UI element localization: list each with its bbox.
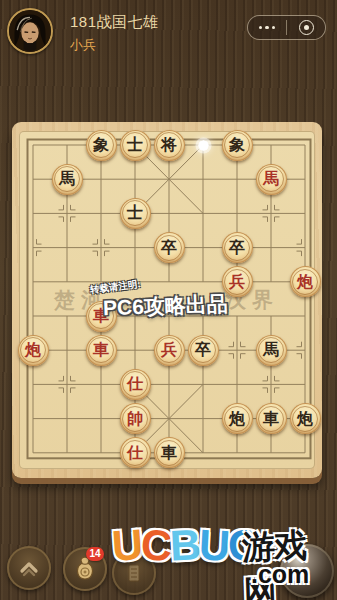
watermark-pc6: PC6攻略出品 — [103, 290, 229, 322]
piece-red-帥-3-8[interactable]: 帥 — [120, 403, 151, 434]
watermark-ucbug-com: .com — [251, 560, 309, 589]
more-options-button[interactable] — [248, 16, 286, 39]
more-dots-icon — [265, 26, 269, 30]
piece-black-車-4-9[interactable]: 車 — [154, 437, 185, 468]
piece-black-象-2-0[interactable]: 象 — [86, 130, 117, 161]
piece-red-車-2-6[interactable]: 車 — [86, 335, 117, 366]
avatar-portrait — [9, 10, 51, 52]
more-dots-icon — [259, 26, 263, 30]
player-rank-label: 小兵 — [70, 36, 96, 54]
piece-red-兵-4-6[interactable]: 兵 — [154, 335, 185, 366]
piece-black-士-3-0[interactable]: 士 — [120, 130, 151, 161]
piece-black-将-4-0[interactable]: 将 — [154, 130, 185, 161]
avatar[interactable] — [7, 8, 53, 54]
exit-circle-icon — [299, 20, 314, 35]
watermark-ucbug: UCBUG — [112, 521, 260, 570]
app-screen: 181战国七雄 小兵 楚河 汉界 象士将象馬馬士卒卒兵炮車炮車兵卒馬仕帥炮車炮仕… — [0, 0, 337, 600]
chevron-up-icon — [16, 555, 42, 581]
piece-black-炮-8-8[interactable]: 炮 — [290, 403, 321, 434]
more-dots-icon — [272, 26, 276, 30]
piece-red-炮-0-6[interactable]: 炮 — [18, 335, 49, 366]
coin-badge: 14 — [86, 547, 104, 561]
piece-black-卒-6-3[interactable]: 卒 — [222, 232, 253, 263]
piece-black-象-6-0[interactable]: 象 — [222, 130, 253, 161]
piece-black-士-3-2[interactable]: 士 — [120, 198, 151, 229]
exit-button[interactable] — [287, 16, 325, 39]
piece-red-仕-3-9[interactable]: 仕 — [120, 437, 151, 468]
piece-black-馬-1-1[interactable]: 馬 — [52, 164, 83, 195]
piece-black-車-7-8[interactable]: 車 — [256, 403, 287, 434]
last-move-indicator — [198, 140, 209, 151]
piece-black-卒-4-3[interactable]: 卒 — [154, 232, 185, 263]
piece-black-馬-7-6[interactable]: 馬 — [256, 335, 287, 366]
header-bar: 181战国七雄 小兵 — [0, 0, 337, 62]
piece-red-馬-7-1[interactable]: 馬 — [256, 164, 287, 195]
piece-black-卒-5-6[interactable]: 卒 — [188, 335, 219, 366]
piece-red-仕-3-7[interactable]: 仕 — [120, 369, 151, 400]
miniprogram-capsule — [247, 15, 326, 40]
collapse-panel-button[interactable] — [7, 546, 51, 590]
level-title: 181战国七雄 — [70, 13, 159, 32]
piece-black-炮-6-8[interactable]: 炮 — [222, 403, 253, 434]
piece-red-炮-8-4[interactable]: 炮 — [290, 266, 321, 297]
